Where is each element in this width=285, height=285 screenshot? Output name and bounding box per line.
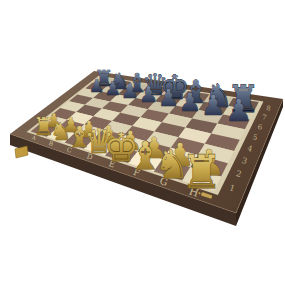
piece-black-p-h7[interactable]: ♟: [225, 93, 252, 128]
piece-black-p-d7[interactable]: ♟: [139, 82, 159, 107]
scene: ABCDEFGH87654321♜♞♝♟♛♟♚♟♝♟♟♞♟♜♟♟♟♟♜♟♞♟♝♟…: [0, 0, 285, 285]
piece-white-r-h1[interactable]: ♜: [181, 145, 223, 199]
piece-black-p-a7[interactable]: ♟: [89, 76, 105, 96]
piece-black-p-f7[interactable]: ♟: [178, 87, 201, 117]
piece-black-p-e7[interactable]: ♟: [158, 84, 179, 112]
piece-black-p-g7[interactable]: ♟: [201, 89, 226, 122]
chess-board-photo: ABCDEFGH87654321♜♞♝♟♛♟♚♟♝♟♟♞♟♜♟♟♟♟♜♟♞♟♝♟…: [0, 0, 285, 285]
piece-black-p-c7[interactable]: ♟: [121, 79, 139, 103]
piece-black-p-b7[interactable]: ♟: [104, 77, 121, 99]
